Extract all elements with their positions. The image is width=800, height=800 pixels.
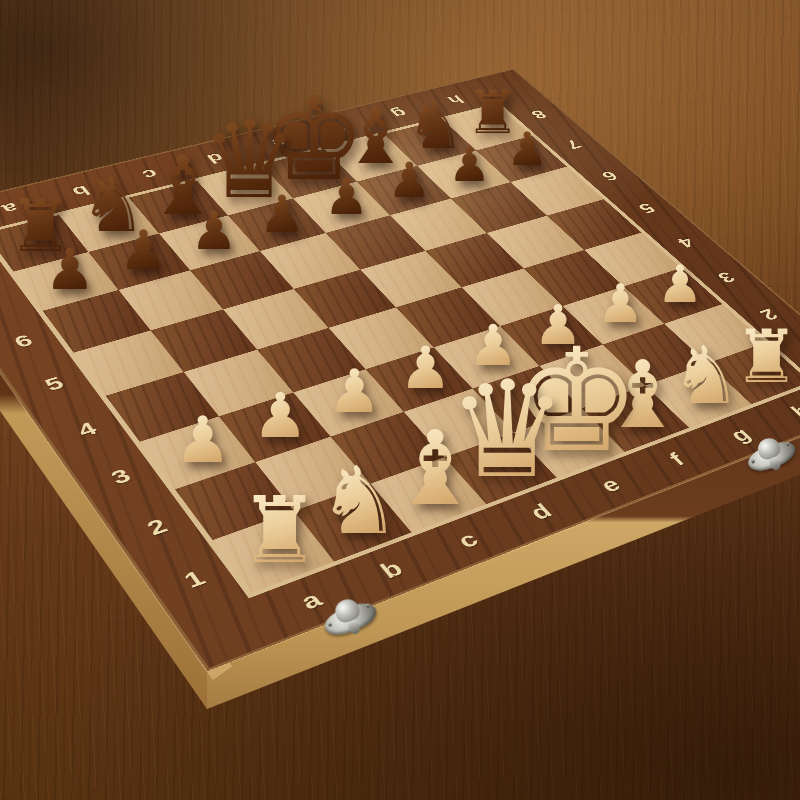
rank-label-left-5: 5 (41, 373, 69, 395)
file-label-top-e: e (267, 135, 291, 150)
rank-label-right-8: 8 (527, 107, 551, 121)
rank-label-right-7: 7 (561, 137, 585, 152)
rank-label-right-3: 3 (713, 269, 740, 287)
file-label-bottom-g: g (725, 424, 756, 446)
file-label-bottom-d: d (525, 500, 557, 525)
file-label-bottom-f: f (664, 449, 689, 469)
rank-label-left-6: 6 (10, 331, 37, 352)
chess-set-photo: aabbccddeeffgghh1122334455667788 ♜♞♝♛♚♝♞… (0, 0, 800, 800)
file-label-bottom-a: a (295, 587, 327, 614)
file-label-top-g: g (387, 106, 412, 121)
file-label-bottom-c: c (453, 528, 484, 553)
file-label-top-a: a (0, 200, 22, 217)
file-label-top-b: b (69, 182, 95, 199)
file-label-bottom-h: h (786, 401, 800, 422)
file-label-top-d: d (203, 150, 228, 166)
rank-label-right-6: 6 (597, 168, 622, 183)
rank-label-right-4: 4 (673, 234, 699, 251)
rank-label-right-2: 2 (755, 305, 783, 323)
file-label-top-f: f (331, 121, 350, 135)
rank-label-left-1: 1 (179, 566, 210, 593)
file-label-bottom-e: e (595, 474, 626, 497)
file-label-top-c: c (138, 166, 162, 182)
rank-label-right-5: 5 (634, 200, 659, 216)
rank-label-left-3: 3 (106, 465, 135, 489)
file-label-top-h: h (444, 92, 468, 106)
rank-label-left-7: 7 (0, 290, 7, 310)
rank-label-left-2: 2 (142, 514, 172, 540)
rank-label-left-4: 4 (73, 418, 101, 441)
file-label-bottom-b: b (375, 556, 408, 583)
